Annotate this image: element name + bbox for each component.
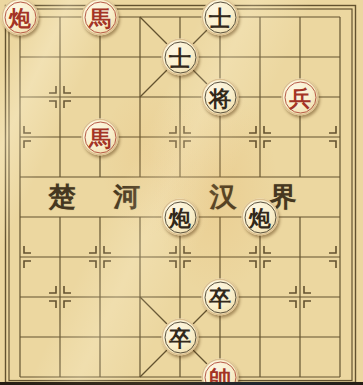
piece-black-advisor[interactable]: 士 <box>202 0 239 36</box>
xiangqi-board: 楚河汉界 炮馬士士将兵馬炮炮卒卒帥 <box>0 0 363 385</box>
river-label: 河 <box>114 179 141 215</box>
piece-black-general[interactable]: 将 <box>202 79 239 116</box>
piece-red-horse[interactable]: 馬 <box>82 119 119 156</box>
piece-black-advisor[interactable]: 士 <box>162 39 199 76</box>
piece-character: 士 <box>169 46 191 68</box>
piece-black-cannon[interactable]: 炮 <box>162 199 199 236</box>
piece-red-cannon[interactable]: 炮 <box>2 0 39 36</box>
piece-character: 卒 <box>209 286 231 308</box>
piece-character: 炮 <box>9 6 31 28</box>
piece-character: 卒 <box>169 326 191 348</box>
piece-character: 馬 <box>89 126 111 148</box>
piece-black-soldier[interactable]: 卒 <box>202 279 239 316</box>
river-label: 汉 <box>210 179 237 215</box>
piece-black-cannon[interactable]: 炮 <box>242 199 279 236</box>
piece-character: 炮 <box>249 206 271 228</box>
piece-red-horse[interactable]: 馬 <box>82 0 119 36</box>
piece-character: 馬 <box>89 6 111 28</box>
piece-character: 炮 <box>169 206 191 228</box>
piece-character: 将 <box>209 86 231 108</box>
piece-character: 兵 <box>289 86 311 108</box>
piece-character: 士 <box>209 6 231 28</box>
piece-black-soldier[interactable]: 卒 <box>162 319 199 356</box>
river-label: 楚 <box>49 179 76 215</box>
piece-red-soldier[interactable]: 兵 <box>282 79 319 116</box>
